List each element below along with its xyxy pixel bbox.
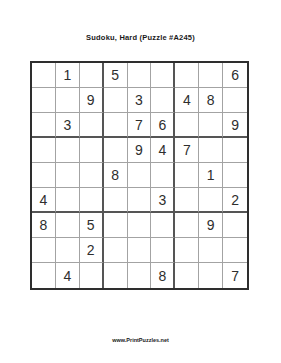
cell-r6c8: [199, 188, 223, 213]
cell-r9c5: [128, 263, 152, 288]
cell-r3c7: [175, 113, 199, 138]
cell-r8c8: [199, 238, 223, 263]
cell-r8c7: [175, 238, 199, 263]
cell-r3c6: 6: [151, 113, 175, 138]
cell-r7c5: [128, 213, 152, 238]
cell-r8c4: [104, 238, 128, 263]
cell-r4c5: 9: [128, 138, 152, 163]
cell-r4c3: [80, 138, 104, 163]
cell-r2c8: 8: [199, 88, 223, 113]
cell-r7c7: [175, 213, 199, 238]
cell-r8c9: [223, 238, 247, 263]
cell-r4c9: [223, 138, 247, 163]
cell-r1c2: 1: [56, 63, 80, 88]
cell-r8c6: [151, 238, 175, 263]
cell-r6c7: [175, 188, 199, 213]
cell-r2c6: [151, 88, 175, 113]
cell-r7c3: 5: [80, 213, 104, 238]
cell-r6c6: 3: [151, 188, 175, 213]
cell-r4c6: 4: [151, 138, 175, 163]
cell-r8c1: [32, 238, 56, 263]
cell-r8c2: [56, 238, 80, 263]
cell-r1c1: [32, 63, 56, 88]
cell-r5c5: [128, 163, 152, 188]
cell-r9c2: 4: [56, 263, 80, 288]
cell-r1c6: [151, 63, 175, 88]
cell-r5c6: [151, 163, 175, 188]
cell-r5c4: 8: [104, 163, 128, 188]
site-credit: www.PrintPuzzles.net: [0, 337, 281, 343]
cell-r1c8: [199, 63, 223, 88]
cell-r5c7: [175, 163, 199, 188]
cell-r3c5: 7: [128, 113, 152, 138]
cell-r2c3: 9: [80, 88, 104, 113]
cell-r6c3: [80, 188, 104, 213]
cell-r3c4: [104, 113, 128, 138]
cell-r5c1: [32, 163, 56, 188]
cell-r8c5: [128, 238, 152, 263]
cell-r2c9: [223, 88, 247, 113]
cell-r7c8: 9: [199, 213, 223, 238]
cell-r3c2: 3: [56, 113, 80, 138]
cell-r4c4: [104, 138, 128, 163]
cell-r6c4: [104, 188, 128, 213]
cell-r1c5: [128, 63, 152, 88]
cell-r9c6: 8: [151, 263, 175, 288]
cell-r8c3: 2: [80, 238, 104, 263]
cell-r5c9: [223, 163, 247, 188]
cell-r2c2: [56, 88, 80, 113]
cell-r7c1: 8: [32, 213, 56, 238]
cell-r6c2: [56, 188, 80, 213]
cell-r9c8: [199, 263, 223, 288]
cell-r7c4: [104, 213, 128, 238]
puzzle-title: Sudoku, Hard (Puzzle #A245): [0, 33, 281, 42]
cell-r7c2: [56, 213, 80, 238]
cell-r4c7: 7: [175, 138, 199, 163]
cell-r5c3: [80, 163, 104, 188]
cell-r4c2: [56, 138, 80, 163]
cell-r4c8: [199, 138, 223, 163]
sudoku-board: 15693483769947814328592487: [30, 61, 249, 290]
cell-r5c8: 1: [199, 163, 223, 188]
cell-r6c5: [128, 188, 152, 213]
cell-r3c3: [80, 113, 104, 138]
cell-r6c1: 4: [32, 188, 56, 213]
cell-r7c9: [223, 213, 247, 238]
cell-r9c9: 7: [223, 263, 247, 288]
cell-r1c3: [80, 63, 104, 88]
cell-r5c2: [56, 163, 80, 188]
cell-r1c7: [175, 63, 199, 88]
cell-r9c4: [104, 263, 128, 288]
cell-r3c8: [199, 113, 223, 138]
cell-r1c9: 6: [223, 63, 247, 88]
cell-r3c1: [32, 113, 56, 138]
cell-r2c1: [32, 88, 56, 113]
cell-r2c5: 3: [128, 88, 152, 113]
cell-r6c9: 2: [223, 188, 247, 213]
cell-r2c7: 4: [175, 88, 199, 113]
cell-r1c4: 5: [104, 63, 128, 88]
puzzle-page: Sudoku, Hard (Puzzle #A245) 156934837699…: [0, 0, 281, 363]
cell-r9c1: [32, 263, 56, 288]
cell-r4c1: [32, 138, 56, 163]
cell-r7c6: [151, 213, 175, 238]
cell-r3c9: 9: [223, 113, 247, 138]
cell-r9c3: [80, 263, 104, 288]
cell-r2c4: [104, 88, 128, 113]
cell-r9c7: [175, 263, 199, 288]
